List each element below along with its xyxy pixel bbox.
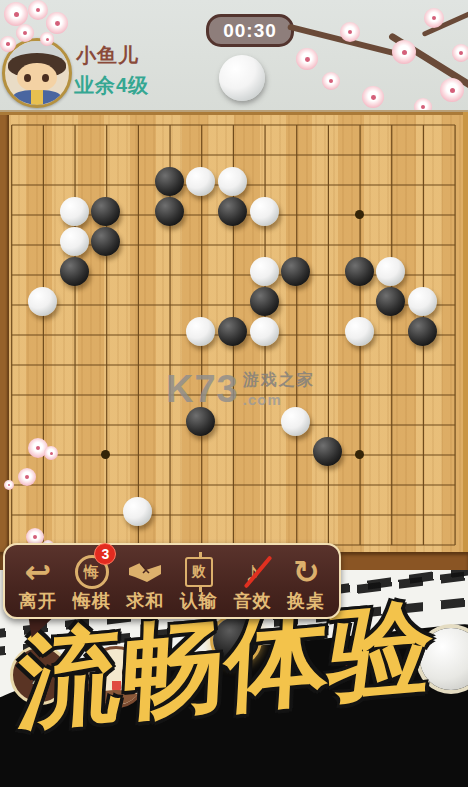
black-stone [408,317,437,346]
blossom-icon [18,468,36,486]
white-stone [28,287,57,316]
blossom-icon [44,446,58,460]
game-screen: 小鱼儿 业余4级 00:30 K73 游戏 [0,0,468,787]
star-point [355,210,364,219]
blossom-icon [340,22,360,42]
black-stone [218,197,247,226]
board-frame [0,112,468,115]
black-stone [91,227,120,256]
change-table-label: 换桌 [287,591,325,613]
blossom-icon [40,32,54,46]
blossom-icon [16,24,34,42]
blossom-icon [440,78,464,102]
star-point [355,450,364,459]
handshake-icon [127,553,163,591]
sound-toggle-button[interactable]: ♪ 音效 [226,549,280,613]
blossom-icon [424,8,444,28]
white-stone [60,227,89,256]
player-rank: 业余4级 [74,72,149,99]
black-stone [91,197,120,226]
black-stone [60,257,89,286]
black-stone [186,407,215,436]
white-stone [186,167,215,196]
resign-button[interactable]: 败 认输 [172,549,226,613]
refresh-icon: ↻ [293,556,320,588]
top-bar: 小鱼儿 业余4级 00:30 [0,0,468,112]
muted-note-icon: ♪ [245,557,260,587]
go-board[interactable]: K73 游戏之家 .com [0,112,468,570]
move-timer: 00:30 [206,14,294,47]
blossom-icon [322,72,340,90]
blossom-icon [4,480,14,490]
white-stone [123,497,152,526]
return-arrow-icon: ↩ [24,556,51,588]
white-stone [218,167,247,196]
black-stone [155,167,184,196]
sound-label: 音效 [234,591,272,613]
white-stone [250,257,279,286]
leave-label: 离开 [19,591,57,613]
watermark-domain: .com [243,391,315,408]
blossom-icon [28,0,48,20]
undo-label: 悔棋 [73,591,111,613]
black-stone [313,437,342,466]
white-stone [186,317,215,346]
white-stone [60,197,89,226]
black-stone [281,257,310,286]
watermark-brand: K73 [166,370,239,408]
black-stone [376,287,405,316]
white-turn-indicator-stone [219,55,265,101]
blossom-icon [4,2,28,26]
change-table-button[interactable]: ↻ 换桌 [279,549,333,613]
white-stone [408,287,437,316]
black-stone [250,287,279,316]
black-stone [155,197,184,226]
resign-icon: 败 [185,557,213,587]
white-stone [345,317,374,346]
draw-offer-button[interactable]: 求和 [118,549,172,613]
blossom-icon [392,40,416,64]
blossom-icon [0,36,16,52]
black-stone [218,317,247,346]
white-stone [250,317,279,346]
white-stone [281,407,310,436]
blossom-icon [452,44,468,62]
avatar-face [17,63,58,92]
watermark: K73 游戏之家 .com [166,370,315,408]
undo-button[interactable]: 3 悔 悔棋 [65,549,119,613]
player-name: 小鱼儿 [76,42,139,69]
blossom-icon [46,12,68,34]
stone-layer [0,110,468,560]
board-frame [463,112,468,552]
avatar-vest [13,90,62,107]
watermark-site-name: 游戏之家 [243,370,315,391]
white-stone [376,257,405,286]
draw-offer-label: 求和 [126,591,164,613]
game-toolbar: ↩ 离开 3 悔 悔棋 求和 败 认输 ♪ 音效 ↻ 换桌 [3,543,341,619]
white-stone [250,197,279,226]
blossom-icon [296,48,318,70]
black-stone [345,257,374,286]
star-point [101,450,110,459]
leave-button[interactable]: ↩ 离开 [11,549,65,613]
resign-label: 认输 [180,591,218,613]
blossom-icon [362,86,384,108]
undo-count-badge: 3 [94,543,116,565]
